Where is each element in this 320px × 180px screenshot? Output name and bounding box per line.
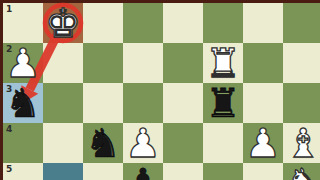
square-b2[interactable] [243,43,283,83]
square-g2[interactable] [43,43,83,83]
rank-label-1: 1 [6,4,12,14]
square-e2[interactable] [123,43,163,83]
square-h4[interactable]: 4 [3,123,43,163]
square-c5[interactable] [203,163,243,180]
square-a2[interactable] [283,43,320,83]
square-a3[interactable] [283,83,320,123]
square-d2[interactable] [163,43,203,83]
rank-label-5: 5 [6,164,12,174]
square-b1[interactable] [243,3,283,43]
piece-black-pawn-e5[interactable]: ♟ [123,163,163,180]
piece-white-knight-a5[interactable]: ♞ [283,163,320,180]
piece-white-bishop-a4[interactable]: ♝ [283,123,320,163]
piece-black-knight-h3[interactable]: ♞ [3,83,43,123]
square-e1[interactable] [123,3,163,43]
square-e3[interactable] [123,83,163,123]
piece-white-rook-c2[interactable]: ♜ [203,43,243,83]
piece-white-pawn-e4[interactable]: ♟ [123,123,163,163]
piece-white-king-g1[interactable]: ♚ [43,3,83,43]
square-a1[interactable] [283,3,320,43]
square-g4[interactable] [43,123,83,163]
piece-white-pawn-h2[interactable]: ♟ [3,43,43,83]
square-d4[interactable] [163,123,203,163]
square-g3[interactable] [43,83,83,123]
square-h5[interactable]: 5 [3,163,43,180]
square-f3[interactable] [83,83,123,123]
square-c4[interactable] [203,123,243,163]
square-b3[interactable] [243,83,283,123]
piece-black-knight-f4[interactable]: ♞ [83,123,123,163]
square-g5[interactable] [43,163,83,180]
square-c1[interactable] [203,3,243,43]
piece-black-rook-c3[interactable]: ♜ [203,83,243,123]
square-d1[interactable] [163,3,203,43]
square-d5[interactable] [163,163,203,180]
square-f1[interactable] [83,3,123,43]
square-d3[interactable] [163,83,203,123]
square-f2[interactable] [83,43,123,83]
piece-white-pawn-b4[interactable]: ♟ [243,123,283,163]
square-h1[interactable]: 1 [3,3,43,43]
